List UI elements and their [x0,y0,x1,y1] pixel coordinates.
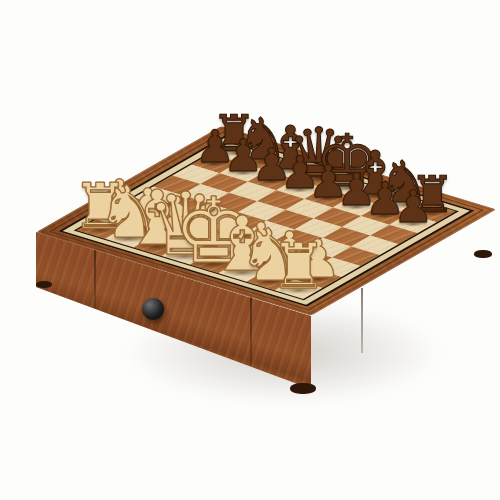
chess-box-photo: ♜♞♝♛♚♝♞♜♟♟♟♟♟♟♟♟♟♟♟♟♟♟♟♟♜♞♝♛♚♝♞♜ [0,0,500,500]
pieces-layer: ♜♞♝♛♚♝♞♜♟♟♟♟♟♟♟♟♟♟♟♟♟♟♟♟♜♞♝♛♚♝♞♜ [0,0,500,500]
piece-white-rook-h1[interactable]: ♜ [270,235,326,298]
piece-black-pawn-h7[interactable]: ♟ [393,185,433,230]
